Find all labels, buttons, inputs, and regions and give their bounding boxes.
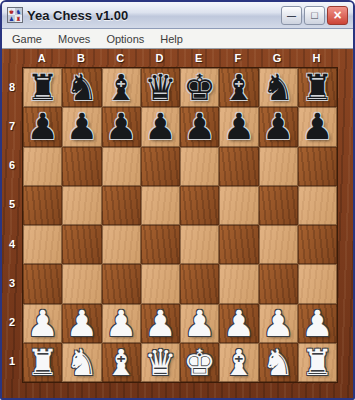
- square-h7[interactable]: ♟: [298, 107, 337, 146]
- square-d3[interactable]: [141, 264, 180, 303]
- square-b6[interactable]: [62, 147, 101, 186]
- rank-label-5: 5: [2, 185, 22, 224]
- piece-wr: ♜: [301, 343, 333, 382]
- square-f3[interactable]: [219, 264, 258, 303]
- square-e4[interactable]: [180, 225, 219, 264]
- square-b7[interactable]: ♟: [62, 107, 101, 146]
- app-icon-cell: ♜: [15, 15, 22, 22]
- square-c5[interactable]: [102, 186, 141, 225]
- piece-br: ♜: [301, 68, 333, 107]
- square-g8[interactable]: ♞: [259, 68, 298, 107]
- rank-label-8: 8: [2, 67, 22, 106]
- piece-bp: ♟: [66, 107, 98, 146]
- piece-wq: ♛: [144, 343, 176, 382]
- square-f1[interactable]: ♝: [219, 343, 258, 382]
- file-label-b: B: [61, 49, 100, 67]
- square-b4[interactable]: [62, 225, 101, 264]
- square-h4[interactable]: [298, 225, 337, 264]
- titlebar[interactable]: ♚♞♟♜ Yea Chess v1.00 — □ ×: [2, 2, 353, 29]
- square-c8[interactable]: ♝: [102, 68, 141, 107]
- piece-bp: ♟: [105, 107, 137, 146]
- piece-br: ♜: [26, 68, 58, 107]
- piece-bp: ♟: [301, 107, 333, 146]
- square-d7[interactable]: ♟: [141, 107, 180, 146]
- window-controls: — □ ×: [281, 6, 348, 25]
- piece-wb: ♝: [223, 343, 255, 382]
- square-f2[interactable]: ♟: [219, 304, 258, 343]
- square-d4[interactable]: [141, 225, 180, 264]
- square-a1[interactable]: ♜: [23, 343, 62, 382]
- square-b3[interactable]: [62, 264, 101, 303]
- menu-item-help[interactable]: Help: [152, 31, 191, 47]
- menu-item-moves[interactable]: Moves: [50, 31, 98, 47]
- square-d8[interactable]: ♛: [141, 68, 180, 107]
- piece-wp: ♟: [262, 304, 294, 343]
- piece-wp: ♟: [144, 304, 176, 343]
- square-a3[interactable]: [23, 264, 62, 303]
- square-c7[interactable]: ♟: [102, 107, 141, 146]
- square-b8[interactable]: ♞: [62, 68, 101, 107]
- close-button[interactable]: ×: [327, 6, 348, 25]
- menu-item-game[interactable]: Game: [4, 31, 50, 47]
- square-a7[interactable]: ♟: [23, 107, 62, 146]
- file-label-a: A: [22, 49, 61, 67]
- window-title: Yea Chess v1.00: [27, 8, 281, 23]
- square-h8[interactable]: ♜: [298, 68, 337, 107]
- piece-bk: ♚: [183, 68, 215, 107]
- square-h2[interactable]: ♟: [298, 304, 337, 343]
- piece-bp: ♟: [262, 107, 294, 146]
- piece-wn: ♞: [66, 343, 98, 382]
- square-g1[interactable]: ♞: [259, 343, 298, 382]
- piece-wn: ♞: [262, 343, 294, 382]
- piece-wp: ♟: [301, 304, 333, 343]
- piece-wk: ♚: [183, 343, 215, 382]
- square-c6[interactable]: [102, 147, 141, 186]
- piece-bp: ♟: [144, 107, 176, 146]
- piece-bq: ♛: [144, 68, 176, 107]
- board-frame: ABCDEFGH 87654321 ♜♞♝♛♚♝♞♜♟♟♟♟♟♟♟♟♟♟♟♟♟♟…: [2, 49, 353, 398]
- piece-bb: ♝: [223, 68, 255, 107]
- piece-bp: ♟: [26, 107, 58, 146]
- square-d2[interactable]: ♟: [141, 304, 180, 343]
- rank-label-1: 1: [2, 342, 22, 381]
- piece-bp: ♟: [223, 107, 255, 146]
- app-icon-cell: ♚: [8, 8, 15, 15]
- square-e7[interactable]: ♟: [180, 107, 219, 146]
- piece-wr: ♜: [26, 343, 58, 382]
- piece-bn: ♞: [262, 68, 294, 107]
- square-e5[interactable]: [180, 186, 219, 225]
- minimize-icon: —: [287, 11, 296, 21]
- square-f8[interactable]: ♝: [219, 68, 258, 107]
- square-b1[interactable]: ♞: [62, 343, 101, 382]
- square-f5[interactable]: [219, 186, 258, 225]
- square-d1[interactable]: ♛: [141, 343, 180, 382]
- square-d6[interactable]: [141, 147, 180, 186]
- chess-board: ♜♞♝♛♚♝♞♜♟♟♟♟♟♟♟♟♟♟♟♟♟♟♟♟♜♞♝♛♚♝♞♜: [22, 67, 338, 383]
- square-h5[interactable]: [298, 186, 337, 225]
- file-label-e: E: [179, 49, 218, 67]
- piece-wp: ♟: [66, 304, 98, 343]
- square-f4[interactable]: [219, 225, 258, 264]
- app-icon-cell: ♟: [8, 15, 15, 22]
- square-g5[interactable]: [259, 186, 298, 225]
- square-c3[interactable]: [102, 264, 141, 303]
- square-h6[interactable]: [298, 147, 337, 186]
- square-c1[interactable]: ♝: [102, 343, 141, 382]
- rank-label-2: 2: [2, 303, 22, 342]
- square-e2[interactable]: ♟: [180, 304, 219, 343]
- square-a6[interactable]: [23, 147, 62, 186]
- file-label-g: G: [258, 49, 297, 67]
- rank-labels: 87654321: [2, 67, 22, 381]
- rank-label-7: 7: [2, 106, 22, 145]
- square-e3[interactable]: [180, 264, 219, 303]
- menu-item-options[interactable]: Options: [98, 31, 152, 47]
- rank-label-4: 4: [2, 224, 22, 263]
- menubar: Game Moves Options Help: [2, 29, 353, 49]
- piece-bb: ♝: [105, 68, 137, 107]
- maximize-button[interactable]: □: [304, 6, 325, 25]
- app-icon[interactable]: ♚♞♟♜: [7, 7, 23, 23]
- file-labels: ABCDEFGH: [22, 49, 336, 67]
- app-window: ♚♞♟♜ Yea Chess v1.00 — □ × Game Moves Op…: [0, 0, 355, 400]
- square-c4[interactable]: [102, 225, 141, 264]
- square-b5[interactable]: [62, 186, 101, 225]
- rank-label-3: 3: [2, 263, 22, 302]
- square-b2[interactable]: ♟: [62, 304, 101, 343]
- minimize-button[interactable]: —: [281, 6, 302, 25]
- square-g4[interactable]: [259, 225, 298, 264]
- file-label-h: H: [297, 49, 336, 67]
- square-a8[interactable]: ♜: [23, 68, 62, 107]
- square-f6[interactable]: [219, 147, 258, 186]
- square-a5[interactable]: [23, 186, 62, 225]
- piece-wp: ♟: [183, 304, 215, 343]
- square-h1[interactable]: ♜: [298, 343, 337, 382]
- square-g2[interactable]: ♟: [259, 304, 298, 343]
- square-c2[interactable]: ♟: [102, 304, 141, 343]
- file-label-f: F: [218, 49, 257, 67]
- square-f7[interactable]: ♟: [219, 107, 258, 146]
- piece-wp: ♟: [105, 304, 137, 343]
- piece-wp: ♟: [223, 304, 255, 343]
- square-e8[interactable]: ♚: [180, 68, 219, 107]
- square-e1[interactable]: ♚: [180, 343, 219, 382]
- square-d5[interactable]: [141, 186, 180, 225]
- square-a4[interactable]: [23, 225, 62, 264]
- file-label-c: C: [101, 49, 140, 67]
- close-icon: ×: [333, 7, 341, 23]
- square-e6[interactable]: [180, 147, 219, 186]
- rank-label-6: 6: [2, 146, 22, 185]
- piece-wb: ♝: [105, 343, 137, 382]
- square-h3[interactable]: [298, 264, 337, 303]
- piece-bn: ♞: [66, 68, 98, 107]
- square-g7[interactable]: ♟: [259, 107, 298, 146]
- piece-bp: ♟: [183, 107, 215, 146]
- square-a2[interactable]: ♟: [23, 304, 62, 343]
- file-label-d: D: [140, 49, 179, 67]
- piece-wp: ♟: [26, 304, 58, 343]
- square-g6[interactable]: [259, 147, 298, 186]
- square-g3[interactable]: [259, 264, 298, 303]
- maximize-icon: □: [311, 9, 318, 21]
- app-icon-cell: ♞: [15, 8, 22, 15]
